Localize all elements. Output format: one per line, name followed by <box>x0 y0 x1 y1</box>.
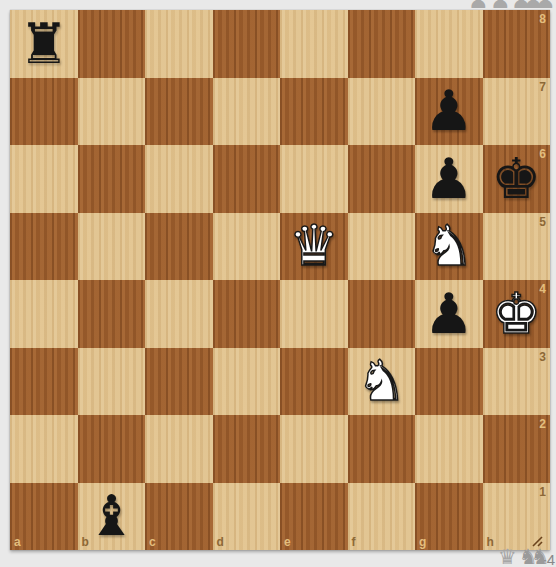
file-label-a: a <box>14 536 21 548</box>
square-c1[interactable]: c <box>145 483 213 551</box>
square-f5[interactable] <box>348 213 416 281</box>
square-g3[interactable] <box>415 348 483 416</box>
square-d3[interactable] <box>213 348 281 416</box>
square-a5[interactable] <box>10 213 78 281</box>
square-b1[interactable]: b♝ <box>78 483 146 551</box>
square-b4[interactable] <box>78 280 146 348</box>
square-e4[interactable] <box>280 280 348 348</box>
square-f7[interactable] <box>348 78 416 146</box>
square-d1[interactable]: d <box>213 483 281 551</box>
white-queen[interactable]: ♛ <box>280 213 348 281</box>
square-e2[interactable] <box>280 415 348 483</box>
square-a7[interactable] <box>10 78 78 146</box>
square-f1[interactable]: f <box>348 483 416 551</box>
black-bishop[interactable]: ♝ <box>78 483 146 551</box>
square-b8[interactable] <box>78 10 146 78</box>
square-c3[interactable] <box>145 348 213 416</box>
square-h7[interactable]: 7 <box>483 78 551 146</box>
file-label-d: d <box>217 536 224 548</box>
square-g8[interactable] <box>415 10 483 78</box>
rank-label-2: 2 <box>539 418 546 430</box>
square-g6[interactable]: ♟ <box>415 145 483 213</box>
file-label-e: e <box>284 536 291 548</box>
square-b5[interactable] <box>78 213 146 281</box>
black-king[interactable]: ♚ <box>483 145 551 213</box>
square-a6[interactable] <box>10 145 78 213</box>
square-h2[interactable]: 2 <box>483 415 551 483</box>
square-a3[interactable] <box>10 348 78 416</box>
square-c2[interactable] <box>145 415 213 483</box>
square-d4[interactable] <box>213 280 281 348</box>
square-c7[interactable] <box>145 78 213 146</box>
square-c5[interactable] <box>145 213 213 281</box>
square-b2[interactable] <box>78 415 146 483</box>
square-f3[interactable]: ♞ <box>348 348 416 416</box>
rank-label-8: 8 <box>539 13 546 25</box>
black-pawn[interactable]: ♟ <box>415 78 483 146</box>
square-b7[interactable] <box>78 78 146 146</box>
square-c8[interactable] <box>145 10 213 78</box>
captured-queen-icon: ♛ <box>498 548 517 567</box>
square-f8[interactable] <box>348 10 416 78</box>
square-a1[interactable]: a <box>10 483 78 551</box>
square-h4[interactable]: 4♚ <box>483 280 551 348</box>
square-d5[interactable] <box>213 213 281 281</box>
square-b3[interactable] <box>78 348 146 416</box>
square-f6[interactable] <box>348 145 416 213</box>
square-c4[interactable] <box>145 280 213 348</box>
square-g5[interactable]: ♞ <box>415 213 483 281</box>
square-e1[interactable]: e <box>280 483 348 551</box>
rank-label-5: 5 <box>539 216 546 228</box>
white-knight[interactable]: ♞ <box>415 213 483 281</box>
square-a8[interactable]: ♜ <box>10 10 78 78</box>
black-pawn[interactable]: ♟ <box>415 145 483 213</box>
file-label-h: h <box>487 536 494 548</box>
file-label-g: g <box>419 536 426 548</box>
black-pawn[interactable]: ♟ <box>415 280 483 348</box>
square-c6[interactable] <box>145 145 213 213</box>
square-a2[interactable] <box>10 415 78 483</box>
square-d2[interactable] <box>213 415 281 483</box>
resize-handle-icon[interactable] <box>530 534 544 548</box>
rank-label-3: 3 <box>539 351 546 363</box>
square-d6[interactable] <box>213 145 281 213</box>
black-rook[interactable]: ♜ <box>10 10 78 78</box>
captured-pawn-icon: ♟ <box>468 0 489 12</box>
square-b6[interactable] <box>78 145 146 213</box>
square-e5[interactable]: ♛ <box>280 213 348 281</box>
captured-pawn-icon: ♟ <box>490 0 511 12</box>
captured-pawn-icon: ♟ <box>535 0 556 12</box>
square-d7[interactable] <box>213 78 281 146</box>
square-h5[interactable]: 5 <box>483 213 551 281</box>
square-h6[interactable]: 6♚ <box>483 145 551 213</box>
white-king[interactable]: ♚ <box>483 280 551 348</box>
rank-label-7: 7 <box>539 81 546 93</box>
square-g2[interactable] <box>415 415 483 483</box>
square-g7[interactable]: ♟ <box>415 78 483 146</box>
captured-pieces-tray-top: ♟♟♟♟♟ <box>0 0 556 12</box>
chess-board: ♜8♟7♟6♚♛♞5♟4♚♞32ab♝cdefg1h <box>10 10 550 550</box>
square-h8[interactable]: 8 <box>483 10 551 78</box>
square-a4[interactable] <box>10 280 78 348</box>
square-e3[interactable] <box>280 348 348 416</box>
rank-label-1: 1 <box>539 486 546 498</box>
square-e8[interactable] <box>280 10 348 78</box>
square-g4[interactable]: ♟ <box>415 280 483 348</box>
white-knight[interactable]: ♞ <box>348 348 416 416</box>
square-f2[interactable] <box>348 415 416 483</box>
square-f4[interactable] <box>348 280 416 348</box>
square-h3[interactable]: 3 <box>483 348 551 416</box>
square-d8[interactable] <box>213 10 281 78</box>
file-label-f: f <box>352 536 356 548</box>
file-label-c: c <box>149 536 156 548</box>
square-e6[interactable] <box>280 145 348 213</box>
captured-knight-icon: ♞ <box>531 548 550 567</box>
square-g1[interactable]: g <box>415 483 483 551</box>
captured-pieces-tray-bottom: +4 ♛♞♞ <box>0 548 556 567</box>
square-e7[interactable] <box>280 78 348 146</box>
